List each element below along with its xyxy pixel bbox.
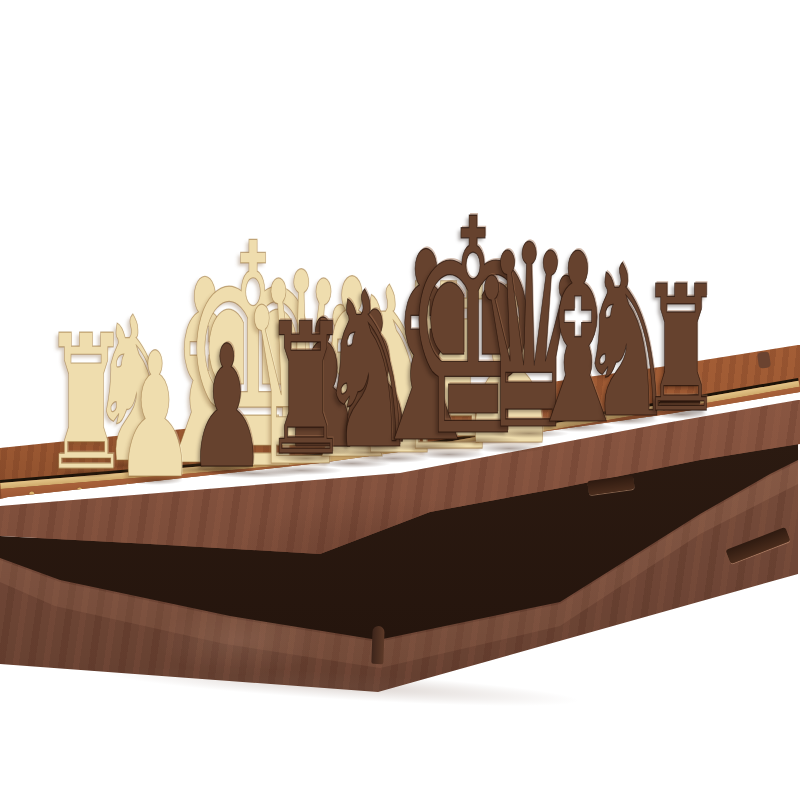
piece-black-rook: ♜	[636, 284, 726, 415]
pieces-layer: ♞♝♚♛♝♞♜♟♟♟♜♟♟♜♞♝♚♛♝♞♜	[0, 0, 800, 800]
product-photo-scene: ♞♝♚♛♝♞♜♟♟♟♜♟♟♜♞♝♚♛♝♞♜	[0, 0, 800, 800]
